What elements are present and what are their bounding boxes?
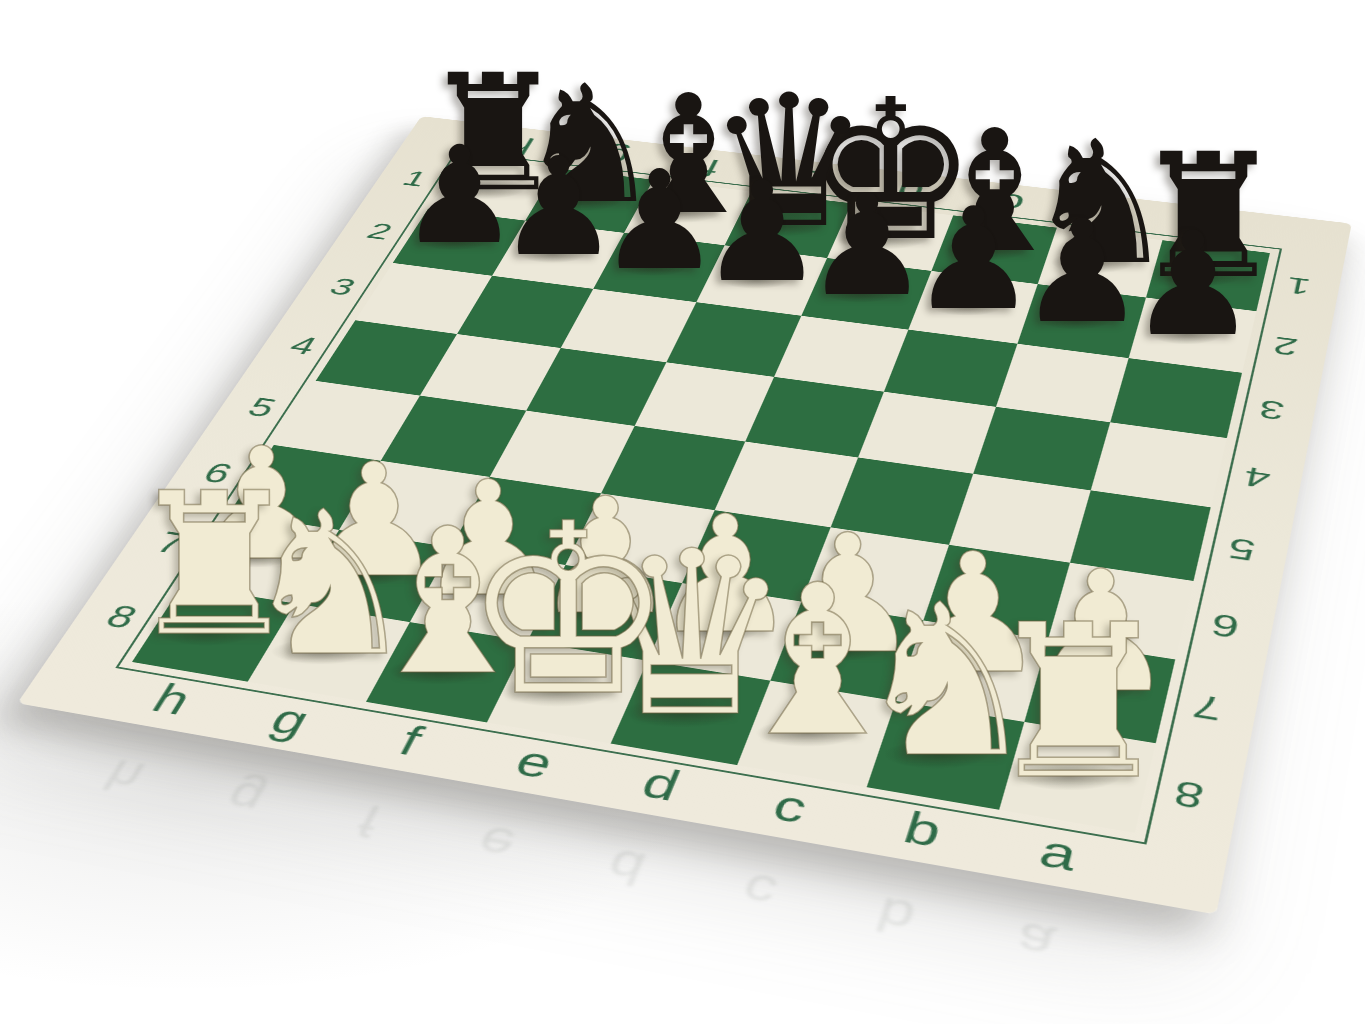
chessboard-mat-plane: hhggffeeddccbbaa1122334455667788 hgfedcb…	[132, 157, 1270, 833]
scene: hhggffeeddccbbaa1122334455667788 hgfedcb…	[0, 0, 1365, 1024]
